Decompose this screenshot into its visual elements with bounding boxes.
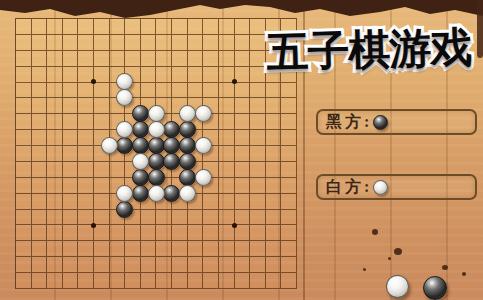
board-cell[interactable] [63,146,79,162]
board-cell[interactable] [266,210,282,226]
board-cell[interactable] [235,225,251,241]
board-cell[interactable] [172,225,188,241]
board-cell[interactable] [281,225,297,241]
board-cell[interactable] [219,273,235,289]
board-cell[interactable] [172,257,188,273]
black-stone [148,169,165,186]
board-cell[interactable] [16,35,32,51]
board-cell[interactable] [78,162,94,178]
board-cell[interactable] [219,130,235,146]
board-cell[interactable] [156,67,172,83]
board-cell[interactable] [16,225,32,241]
board-cell[interactable] [266,130,282,146]
board-cell[interactable] [281,194,297,210]
board-cell[interactable] [250,114,266,130]
board-cell[interactable] [47,130,63,146]
board-cell[interactable] [16,194,32,210]
board-cell[interactable] [266,225,282,241]
board-cell[interactable] [110,162,126,178]
board-cell[interactable] [16,114,32,130]
board-cell[interactable] [141,83,157,99]
board-cell[interactable] [219,241,235,257]
board-cell[interactable] [188,83,204,99]
board-cell[interactable] [47,241,63,257]
board-cell[interactable] [235,194,251,210]
board-cell[interactable] [63,98,79,114]
board-cell[interactable] [94,35,110,51]
board-cell[interactable] [78,83,94,99]
board-cell[interactable] [156,273,172,289]
board-cell[interactable] [235,178,251,194]
board-cell[interactable] [250,178,266,194]
board-cell[interactable] [63,67,79,83]
black-stone [163,185,180,202]
board-cell[interactable] [47,225,63,241]
board-cell[interactable] [281,146,297,162]
board-cell[interactable] [156,241,172,257]
board-cell[interactable] [47,67,63,83]
white-stone [148,121,165,138]
board-cell[interactable] [78,257,94,273]
board-cell[interactable] [110,35,126,51]
board-cell[interactable] [110,225,126,241]
paint-splatter-dot [372,229,378,235]
board-cell[interactable] [94,210,110,226]
board-cell[interactable] [47,178,63,194]
board-cell[interactable] [172,51,188,67]
board-cell[interactable] [32,146,48,162]
board-cell[interactable] [235,210,251,226]
board-cell[interactable] [63,257,79,273]
board-cell[interactable] [156,19,172,35]
paint-splatter-dot [394,248,402,255]
board-cell[interactable] [188,51,204,67]
board-cell[interactable] [203,83,219,99]
board-cell[interactable] [94,83,110,99]
board-cell[interactable] [235,67,251,83]
board-cell[interactable] [16,273,32,289]
board-cell[interactable] [32,114,48,130]
board-cell[interactable] [78,273,94,289]
board-cell[interactable] [16,241,32,257]
board-cell[interactable] [110,273,126,289]
board-cell[interactable] [16,210,32,226]
board-cell[interactable] [47,114,63,130]
board-cell[interactable] [219,98,235,114]
black-stone [132,105,149,122]
board-cell[interactable] [32,241,48,257]
board-cell[interactable] [219,35,235,51]
board-cell[interactable] [250,162,266,178]
board-cell[interactable] [281,178,297,194]
board-cell[interactable] [94,257,110,273]
board-cell[interactable] [219,225,235,241]
black-stone [179,169,196,186]
board-cell[interactable] [16,178,32,194]
board-cell[interactable] [32,51,48,67]
board-cell[interactable] [47,83,63,99]
board-cell[interactable] [219,83,235,99]
black-player-label: 黑方: [326,114,372,130]
board-cell[interactable] [94,194,110,210]
board-cell[interactable] [32,194,48,210]
white-stone [195,105,212,122]
board-cell[interactable] [78,19,94,35]
black-stone [132,185,149,202]
board-cell[interactable] [141,51,157,67]
board-cell[interactable] [188,19,204,35]
board-cell[interactable] [78,98,94,114]
white-player-box: 白方: [316,174,477,200]
board-cell[interactable] [94,51,110,67]
board-cell[interactable] [47,194,63,210]
board-cell[interactable] [141,210,157,226]
board-cell[interactable] [203,51,219,67]
board-cell[interactable] [188,241,204,257]
black-stone [148,137,165,154]
white-player-label: 白方: [326,179,372,195]
board-cell[interactable] [235,35,251,51]
board-cell[interactable] [203,19,219,35]
board-cell[interactable] [281,130,297,146]
board-cell[interactable] [110,19,126,35]
board-cell[interactable] [94,19,110,35]
board-cell[interactable] [125,19,141,35]
black-stone [148,153,165,170]
board-cell[interactable] [141,35,157,51]
board-cell[interactable] [78,146,94,162]
board-cell[interactable] [266,257,282,273]
board-cell[interactable] [281,210,297,226]
decorative-white-stone [386,275,409,298]
board-cell[interactable] [266,194,282,210]
black-stone [132,137,149,154]
black-stone [116,201,133,218]
board-cell[interactable] [32,98,48,114]
black-stone [179,137,196,154]
decorative-black-stone [423,276,447,300]
paint-splatter-dot [388,257,391,260]
board-cell[interactable] [266,241,282,257]
board-cell[interactable] [110,51,126,67]
board-cell[interactable] [203,257,219,273]
board-cell[interactable] [172,241,188,257]
board-cell[interactable] [125,225,141,241]
board-cell[interactable] [266,162,282,178]
board-cell[interactable] [203,194,219,210]
board-cell[interactable] [235,257,251,273]
board-cell[interactable] [235,241,251,257]
board-cell[interactable] [47,257,63,273]
board-cell[interactable] [125,273,141,289]
board-cell[interactable] [235,83,251,99]
board-cell[interactable] [16,83,32,99]
board-cell[interactable] [250,225,266,241]
white-stone [148,185,165,202]
board-cell[interactable] [141,241,157,257]
board-cell[interactable] [63,35,79,51]
board-cell[interactable] [47,51,63,67]
board-cell[interactable] [156,35,172,51]
board-cell[interactable] [266,114,282,130]
board-cell[interactable] [172,83,188,99]
board-cell[interactable] [219,162,235,178]
board-cell[interactable] [47,19,63,35]
board-cell[interactable] [219,178,235,194]
board-cell[interactable] [188,225,204,241]
board-cell[interactable] [203,273,219,289]
board-cell[interactable] [94,273,110,289]
board-cell[interactable] [203,225,219,241]
board-cell[interactable] [156,51,172,67]
board-cell[interactable] [203,67,219,83]
board-cell[interactable] [156,257,172,273]
board-cell[interactable] [47,210,63,226]
board-cell[interactable] [281,257,297,273]
board-cell[interactable] [16,146,32,162]
white-stone [195,137,212,154]
board-cell[interactable] [281,83,297,99]
board-cell[interactable] [16,51,32,67]
board-cell[interactable] [78,194,94,210]
board-cell[interactable] [141,273,157,289]
black-stone [132,169,149,186]
board-cell[interactable] [63,225,79,241]
board-cell[interactable] [219,19,235,35]
board-cell[interactable] [32,162,48,178]
board-cell[interactable] [32,178,48,194]
board-cell[interactable] [281,241,297,257]
board-cell[interactable] [188,67,204,83]
paint-splatter-dot [462,272,466,276]
board-cell[interactable] [235,114,251,130]
board-cell[interactable] [110,257,126,273]
paint-splatter-dot [363,268,366,271]
board-cell[interactable] [78,35,94,51]
black-indicator-stone [373,115,388,130]
board-cell[interactable] [235,146,251,162]
board-cell[interactable] [156,83,172,99]
board-cell[interactable] [141,257,157,273]
board-cell[interactable] [266,273,282,289]
board-cell[interactable] [172,67,188,83]
board-cell[interactable] [94,162,110,178]
board-cell[interactable] [156,225,172,241]
board-cell[interactable] [266,98,282,114]
black-player-box: 黑方: [316,109,477,135]
black-stone [179,153,196,170]
board-cell[interactable] [78,241,94,257]
board-cell[interactable] [94,241,110,257]
board-cell[interactable] [141,67,157,83]
board-cell[interactable] [172,210,188,226]
board-cell[interactable] [78,178,94,194]
board-cell[interactable] [250,83,266,99]
board-cell[interactable] [32,273,48,289]
board-cell[interactable] [32,130,48,146]
board-cell[interactable] [219,51,235,67]
game-title: 五子棋游戏 [255,19,482,81]
white-stone [116,185,133,202]
board-cell[interactable] [235,98,251,114]
board-cell[interactable] [125,241,141,257]
board-cell[interactable] [63,178,79,194]
board-cell[interactable] [78,114,94,130]
board-cell[interactable] [172,19,188,35]
board-cell[interactable] [281,98,297,114]
board-cell[interactable] [235,130,251,146]
star-point [91,223,96,228]
board-cell[interactable] [32,19,48,35]
board-cell[interactable] [78,130,94,146]
white-stone [195,169,212,186]
board-cell[interactable] [47,98,63,114]
board-cell[interactable] [266,146,282,162]
board-cell[interactable] [63,130,79,146]
board-cell[interactable] [63,273,79,289]
white-stone [101,137,118,154]
board-cell[interactable] [219,146,235,162]
board-cell[interactable] [141,19,157,35]
board-cell[interactable] [32,210,48,226]
board-cell[interactable] [235,162,251,178]
board-cell[interactable] [281,114,297,130]
board-cell[interactable] [281,273,297,289]
board-cell[interactable] [156,210,172,226]
board-cell[interactable] [250,241,266,257]
board-cell[interactable] [63,210,79,226]
board-cell[interactable] [94,114,110,130]
board-cell[interactable] [16,19,32,35]
board-cell[interactable] [219,114,235,130]
board-cell[interactable] [63,114,79,130]
board-cell[interactable] [250,194,266,210]
white-stone [179,185,196,202]
gomoku-board[interactable] [15,18,297,289]
board-cell[interactable] [188,210,204,226]
board-cell[interactable] [203,241,219,257]
board-cell[interactable] [32,67,48,83]
board-cell[interactable] [32,35,48,51]
white-stone [148,105,165,122]
black-stone [132,121,149,138]
star-point [232,223,237,228]
board-cell[interactable] [78,51,94,67]
board-cell[interactable] [219,257,235,273]
board-cell[interactable] [94,225,110,241]
board-cell[interactable] [16,67,32,83]
board-cell[interactable] [16,130,32,146]
board-cell[interactable] [250,130,266,146]
board-cell[interactable] [125,257,141,273]
board-cell[interactable] [219,194,235,210]
board-cell[interactable] [94,67,110,83]
board-cell[interactable] [172,35,188,51]
board-cell[interactable] [235,273,251,289]
white-indicator-stone [373,180,388,195]
board-cell[interactable] [110,241,126,257]
board-cell[interactable] [203,210,219,226]
board-cell[interactable] [47,162,63,178]
board-cell[interactable] [63,194,79,210]
board-cell[interactable] [125,35,141,51]
black-stone [179,121,196,138]
paint-splatter-band [0,0,483,20]
board-cell[interactable] [125,51,141,67]
board-cell[interactable] [141,225,157,241]
board-cell[interactable] [250,257,266,273]
board-cell[interactable] [63,83,79,99]
black-stone [163,153,180,170]
white-stone [132,153,149,170]
board-cell[interactable] [16,162,32,178]
board-cell[interactable] [63,51,79,67]
board-cell[interactable] [235,19,251,35]
board-cell[interactable] [188,35,204,51]
white-stone [179,105,196,122]
board-cell[interactable] [188,257,204,273]
board-cell[interactable] [47,273,63,289]
board-cell[interactable] [250,98,266,114]
board-cell[interactable] [250,210,266,226]
board-cell[interactable] [188,273,204,289]
board-cell[interactable] [250,273,266,289]
board-cell[interactable] [266,83,282,99]
board-cell[interactable] [235,51,251,67]
board-cell[interactable] [47,146,63,162]
board-cell[interactable] [94,98,110,114]
board-cell[interactable] [32,257,48,273]
board-cell[interactable] [47,35,63,51]
board-cell[interactable] [266,178,282,194]
board-cell[interactable] [16,257,32,273]
paint-splatter-dot [442,265,448,270]
board-cell[interactable] [63,19,79,35]
board-cell[interactable] [32,83,48,99]
board-cell[interactable] [63,162,79,178]
board-cell[interactable] [63,241,79,257]
board-cell[interactable] [172,273,188,289]
board-cell[interactable] [16,98,32,114]
board-cell[interactable] [32,225,48,241]
board-cell[interactable] [94,178,110,194]
board-cell[interactable] [250,146,266,162]
board-cell[interactable] [203,35,219,51]
board-cell[interactable] [281,162,297,178]
board-cell[interactable] [78,225,94,241]
